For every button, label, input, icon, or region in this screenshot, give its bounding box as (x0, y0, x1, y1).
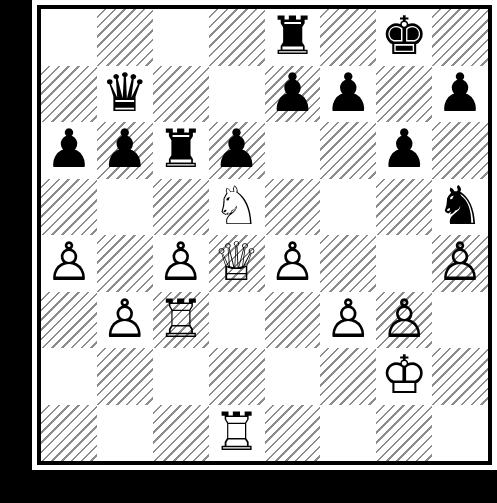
piece-white-pawn[interactable]: ♙ (157, 234, 205, 290)
square-h6[interactable] (432, 122, 488, 179)
square-d7[interactable] (209, 66, 265, 123)
piece-black-pawn[interactable]: ♟ (269, 65, 317, 121)
square-c8[interactable] (153, 9, 209, 66)
square-a5[interactable] (41, 179, 97, 236)
square-f6[interactable] (320, 122, 376, 179)
board-frame: ♜♚♛♟♟♟♟♟♜♟♟♘♞♙♙♕♙♙♙♖♙♙♔♖ (37, 5, 492, 465)
square-e8[interactable]: ♜ (265, 9, 321, 66)
square-d8[interactable] (209, 9, 265, 66)
piece-black-pawn[interactable]: ♟ (101, 121, 149, 177)
square-e5[interactable] (265, 179, 321, 236)
piece-white-knight[interactable]: ♘ (213, 178, 261, 234)
board-plate: ♜♚♛♟♟♟♟♟♜♟♟♘♞♙♙♕♙♙♙♖♙♙♔♖ (32, 0, 497, 470)
diagram-canvas: ♜♚♛♟♟♟♟♟♜♟♟♘♞♙♙♕♙♙♙♖♙♙♔♖ (0, 0, 497, 503)
square-a8[interactable] (41, 9, 97, 66)
square-b2[interactable] (97, 348, 153, 405)
square-c1[interactable] (153, 405, 209, 462)
square-b5[interactable] (97, 179, 153, 236)
square-e6[interactable] (265, 122, 321, 179)
square-g8[interactable]: ♚ (376, 9, 432, 66)
square-c2[interactable] (153, 348, 209, 405)
square-a7[interactable] (41, 66, 97, 123)
square-h8[interactable] (432, 9, 488, 66)
square-g7[interactable] (376, 66, 432, 123)
square-d4[interactable]: ♕ (209, 235, 265, 292)
square-g4[interactable] (376, 235, 432, 292)
square-f7[interactable]: ♟ (320, 66, 376, 123)
square-h5[interactable]: ♞ (432, 179, 488, 236)
square-b1[interactable] (97, 405, 153, 462)
square-d6[interactable]: ♟ (209, 122, 265, 179)
square-h2[interactable] (432, 348, 488, 405)
square-f1[interactable] (320, 405, 376, 462)
square-b6[interactable]: ♟ (97, 122, 153, 179)
piece-white-rook[interactable]: ♖ (213, 404, 261, 460)
square-b4[interactable] (97, 235, 153, 292)
square-f2[interactable] (320, 348, 376, 405)
square-a1[interactable] (41, 405, 97, 462)
square-c3[interactable]: ♖ (153, 292, 209, 349)
square-a3[interactable] (41, 292, 97, 349)
piece-black-pawn[interactable]: ♟ (213, 121, 261, 177)
square-d3[interactable] (209, 292, 265, 349)
piece-black-rook[interactable]: ♜ (269, 8, 317, 64)
square-a4[interactable]: ♙ (41, 235, 97, 292)
piece-black-pawn[interactable]: ♟ (436, 65, 484, 121)
piece-white-pawn[interactable]: ♙ (325, 291, 373, 347)
square-c4[interactable]: ♙ (153, 235, 209, 292)
square-d2[interactable] (209, 348, 265, 405)
square-h4[interactable]: ♙ (432, 235, 488, 292)
square-a6[interactable]: ♟ (41, 122, 97, 179)
square-b3[interactable]: ♙ (97, 292, 153, 349)
piece-black-pawn[interactable]: ♟ (45, 121, 93, 177)
piece-black-rook[interactable]: ♜ (157, 121, 205, 177)
square-c6[interactable]: ♜ (153, 122, 209, 179)
piece-white-pawn[interactable]: ♙ (101, 291, 149, 347)
square-e3[interactable] (265, 292, 321, 349)
piece-black-knight[interactable]: ♞ (436, 178, 484, 234)
square-a2[interactable] (41, 348, 97, 405)
piece-black-pawn[interactable]: ♟ (380, 121, 428, 177)
square-c7[interactable] (153, 66, 209, 123)
square-b7[interactable]: ♛ (97, 66, 153, 123)
square-g6[interactable]: ♟ (376, 122, 432, 179)
square-e4[interactable]: ♙ (265, 235, 321, 292)
piece-white-pawn[interactable]: ♙ (269, 234, 317, 290)
piece-white-pawn[interactable]: ♙ (380, 291, 428, 347)
piece-white-pawn[interactable]: ♙ (45, 234, 93, 290)
piece-white-rook[interactable]: ♖ (157, 291, 205, 347)
square-f5[interactable] (320, 179, 376, 236)
square-g5[interactable] (376, 179, 432, 236)
square-e7[interactable]: ♟ (265, 66, 321, 123)
piece-white-king[interactable]: ♔ (380, 347, 428, 403)
square-g1[interactable] (376, 405, 432, 462)
piece-white-queen[interactable]: ♕ (213, 234, 261, 290)
square-b8[interactable] (97, 9, 153, 66)
square-c5[interactable] (153, 179, 209, 236)
square-h3[interactable] (432, 292, 488, 349)
piece-black-king[interactable]: ♚ (380, 8, 428, 64)
square-h7[interactable]: ♟ (432, 66, 488, 123)
square-d5[interactable]: ♘ (209, 179, 265, 236)
piece-black-queen[interactable]: ♛ (101, 65, 149, 121)
piece-white-pawn[interactable]: ♙ (436, 234, 484, 290)
chess-board: ♜♚♛♟♟♟♟♟♜♟♟♘♞♙♙♕♙♙♙♖♙♙♔♖ (41, 9, 488, 461)
square-f4[interactable] (320, 235, 376, 292)
square-g3[interactable]: ♙ (376, 292, 432, 349)
piece-black-pawn[interactable]: ♟ (325, 65, 373, 121)
square-d1[interactable]: ♖ (209, 405, 265, 462)
square-e2[interactable] (265, 348, 321, 405)
square-f8[interactable] (320, 9, 376, 66)
square-h1[interactable] (432, 405, 488, 462)
square-g2[interactable]: ♔ (376, 348, 432, 405)
square-e1[interactable] (265, 405, 321, 462)
square-f3[interactable]: ♙ (320, 292, 376, 349)
